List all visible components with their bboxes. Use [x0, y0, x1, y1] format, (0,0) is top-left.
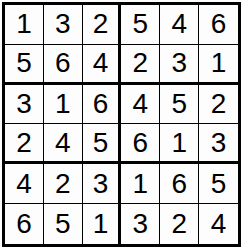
sudoku-cell-r1c6[interactable]: 6: [199, 5, 238, 45]
sudoku-cell-r5c3[interactable]: 3: [83, 164, 122, 204]
sudoku-cell-r3c2[interactable]: 1: [44, 85, 83, 125]
sudoku-cell-r5c2[interactable]: 2: [44, 164, 83, 204]
sudoku-cell-r2c5[interactable]: 3: [160, 45, 199, 85]
sudoku-cell-r6c3[interactable]: 1: [83, 204, 122, 244]
sudoku-cell-r5c6[interactable]: 5: [199, 164, 238, 204]
sudoku-cell-r2c4[interactable]: 2: [121, 45, 160, 85]
sudoku-cell-r5c4[interactable]: 1: [121, 164, 160, 204]
sudoku-cell-r4c4[interactable]: 6: [121, 124, 160, 164]
sudoku-cell-r6c5[interactable]: 2: [160, 204, 199, 244]
sudoku-cell-r1c4[interactable]: 5: [121, 5, 160, 45]
sudoku-cell-r3c3[interactable]: 6: [83, 85, 122, 125]
sudoku-cell-r2c3[interactable]: 4: [83, 45, 122, 85]
sudoku-cell-r5c5[interactable]: 6: [160, 164, 199, 204]
sudoku-cell-r3c4[interactable]: 4: [121, 85, 160, 125]
sudoku-cell-r3c5[interactable]: 5: [160, 85, 199, 125]
sudoku-cell-r2c6[interactable]: 1: [199, 45, 238, 85]
sudoku-cell-r6c6[interactable]: 4: [199, 204, 238, 244]
sudoku-cell-r6c4[interactable]: 3: [121, 204, 160, 244]
sudoku-cell-r4c2[interactable]: 4: [44, 124, 83, 164]
sudoku-board: 132546564231316452245613423165651324: [2, 2, 241, 247]
sudoku-cell-r3c1[interactable]: 3: [5, 85, 44, 125]
sudoku-cell-r4c5[interactable]: 1: [160, 124, 199, 164]
sudoku-cell-r5c1[interactable]: 4: [5, 164, 44, 204]
sudoku-cell-r1c2[interactable]: 3: [44, 5, 83, 45]
sudoku-cell-r1c1[interactable]: 1: [5, 5, 44, 45]
sudoku-cell-r1c5[interactable]: 4: [160, 5, 199, 45]
sudoku-cell-r4c6[interactable]: 3: [199, 124, 238, 164]
sudoku-cell-r2c2[interactable]: 6: [44, 45, 83, 85]
sudoku-cell-r4c3[interactable]: 5: [83, 124, 122, 164]
sudoku-cell-r4c1[interactable]: 2: [5, 124, 44, 164]
sudoku-cell-r6c1[interactable]: 6: [5, 204, 44, 244]
sudoku-cell-r3c6[interactable]: 2: [199, 85, 238, 125]
sudoku-cell-r1c3[interactable]: 2: [83, 5, 122, 45]
sudoku-cell-r6c2[interactable]: 5: [44, 204, 83, 244]
sudoku-cell-r2c1[interactable]: 5: [5, 45, 44, 85]
